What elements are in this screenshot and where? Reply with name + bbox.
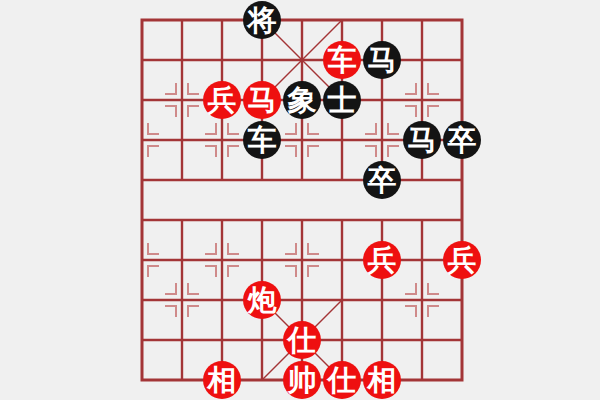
piece-red-horse[interactable]: 马 bbox=[243, 81, 281, 119]
piece-red-general[interactable]: 帅 bbox=[283, 361, 321, 399]
piece-black-soldier[interactable]: 卒 bbox=[363, 161, 401, 199]
piece-red-elephant[interactable]: 相 bbox=[363, 361, 401, 399]
piece-black-soldier[interactable]: 卒 bbox=[443, 121, 481, 159]
piece-red-soldier[interactable]: 兵 bbox=[363, 241, 401, 279]
piece-red-soldier[interactable]: 兵 bbox=[203, 81, 241, 119]
piece-black-advisor[interactable]: 士 bbox=[323, 81, 361, 119]
piece-red-advisor[interactable]: 仕 bbox=[323, 361, 361, 399]
piece-black-horse[interactable]: 马 bbox=[403, 121, 441, 159]
piece-black-elephant[interactable]: 象 bbox=[283, 81, 321, 119]
piece-red-soldier[interactable]: 兵 bbox=[443, 241, 481, 279]
xiangqi-board-pieces: 将车马兵马象士车马卒卒兵兵炮仕相帅仕相 bbox=[122, 0, 482, 400]
piece-red-chariot[interactable]: 车 bbox=[323, 41, 361, 79]
piece-red-advisor[interactable]: 仕 bbox=[283, 321, 321, 359]
piece-red-elephant[interactable]: 相 bbox=[203, 361, 241, 399]
piece-black-general[interactable]: 将 bbox=[243, 1, 281, 39]
piece-red-cannon[interactable]: 炮 bbox=[243, 281, 281, 319]
piece-black-horse[interactable]: 马 bbox=[363, 41, 401, 79]
xiangqi-app: 将车马兵马象士车马卒卒兵兵炮仕相帅仕相 bbox=[0, 0, 600, 400]
piece-black-chariot[interactable]: 车 bbox=[243, 121, 281, 159]
